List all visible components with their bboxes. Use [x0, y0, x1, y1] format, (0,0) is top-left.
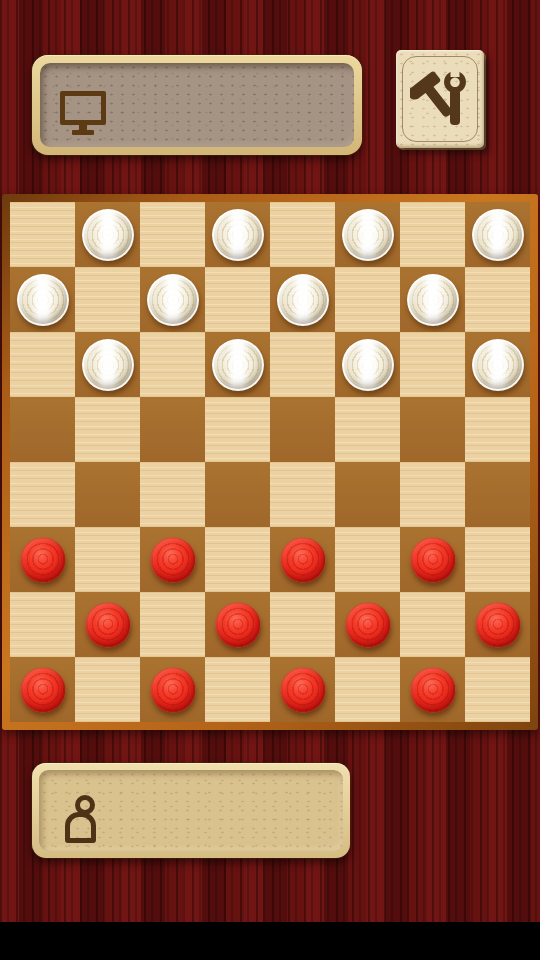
board-square-a4[interactable] — [10, 462, 75, 527]
red-piece[interactable] — [20, 667, 65, 712]
board-square-c7[interactable] — [140, 267, 205, 332]
person-icon — [65, 795, 96, 842]
board-square-h6[interactable] — [465, 332, 530, 397]
board-square-d3[interactable] — [205, 527, 270, 592]
red-piece[interactable] — [475, 602, 520, 647]
board-square-e2[interactable] — [270, 592, 335, 657]
player-panel[interactable] — [32, 763, 350, 858]
red-piece[interactable] — [280, 667, 325, 712]
board-square-g4[interactable] — [400, 462, 465, 527]
board-square-b1[interactable] — [75, 657, 140, 722]
board-square-g7[interactable] — [400, 267, 465, 332]
board-square-a1[interactable] — [10, 657, 75, 722]
board-square-b5[interactable] — [75, 397, 140, 462]
white-piece[interactable] — [407, 274, 459, 326]
player-panel-inner — [39, 770, 343, 851]
red-piece[interactable] — [410, 667, 455, 712]
board-square-e8[interactable] — [270, 202, 335, 267]
board-square-h3[interactable] — [465, 527, 530, 592]
red-piece[interactable] — [215, 602, 260, 647]
board-grid — [10, 202, 530, 722]
board-square-c8[interactable] — [140, 202, 205, 267]
board-square-g6[interactable] — [400, 332, 465, 397]
board-square-f7[interactable] — [335, 267, 400, 332]
board-square-h4[interactable] — [465, 462, 530, 527]
board-square-g1[interactable] — [400, 657, 465, 722]
board-square-d8[interactable] — [205, 202, 270, 267]
board-square-a6[interactable] — [10, 332, 75, 397]
red-piece[interactable] — [150, 537, 195, 582]
board-frame — [2, 194, 538, 730]
board-square-f6[interactable] — [335, 332, 400, 397]
board-square-g2[interactable] — [400, 592, 465, 657]
white-piece[interactable] — [82, 339, 134, 391]
red-piece[interactable] — [345, 602, 390, 647]
computer-monitor-icon — [60, 91, 106, 137]
board-square-d4[interactable] — [205, 462, 270, 527]
tools-settings-button[interactable] — [396, 50, 484, 148]
board-square-e5[interactable] — [270, 397, 335, 462]
board-square-b3[interactable] — [75, 527, 140, 592]
board-square-f3[interactable] — [335, 527, 400, 592]
board-square-e3[interactable] — [270, 527, 335, 592]
board-square-h8[interactable] — [465, 202, 530, 267]
white-piece[interactable] — [212, 339, 264, 391]
board-square-g5[interactable] — [400, 397, 465, 462]
board-square-c4[interactable] — [140, 462, 205, 527]
board-square-c6[interactable] — [140, 332, 205, 397]
white-piece[interactable] — [17, 274, 69, 326]
board-square-h1[interactable] — [465, 657, 530, 722]
board-square-c2[interactable] — [140, 592, 205, 657]
board-square-e7[interactable] — [270, 267, 335, 332]
board-square-b2[interactable] — [75, 592, 140, 657]
board-square-a8[interactable] — [10, 202, 75, 267]
white-piece[interactable] — [277, 274, 329, 326]
board-square-f2[interactable] — [335, 592, 400, 657]
board-square-c1[interactable] — [140, 657, 205, 722]
board-square-c3[interactable] — [140, 527, 205, 592]
red-piece[interactable] — [85, 602, 130, 647]
board-square-a2[interactable] — [10, 592, 75, 657]
board-square-h5[interactable] — [465, 397, 530, 462]
board-square-f5[interactable] — [335, 397, 400, 462]
board-square-a7[interactable] — [10, 267, 75, 332]
board-square-b7[interactable] — [75, 267, 140, 332]
board-square-d6[interactable] — [205, 332, 270, 397]
red-piece[interactable] — [280, 537, 325, 582]
white-piece[interactable] — [82, 209, 134, 261]
white-piece[interactable] — [342, 209, 394, 261]
board-square-a3[interactable] — [10, 527, 75, 592]
board-square-e4[interactable] — [270, 462, 335, 527]
white-piece[interactable] — [472, 339, 524, 391]
board-square-g8[interactable] — [400, 202, 465, 267]
red-piece[interactable] — [150, 667, 195, 712]
board-square-f1[interactable] — [335, 657, 400, 722]
board-square-b6[interactable] — [75, 332, 140, 397]
checkers-app-screen — [0, 0, 540, 960]
board-square-c5[interactable] — [140, 397, 205, 462]
board-square-d2[interactable] — [205, 592, 270, 657]
white-piece[interactable] — [147, 274, 199, 326]
opponent-panel[interactable] — [32, 55, 362, 155]
opponent-panel-inner — [40, 63, 354, 147]
hammer-wrench-icon — [410, 67, 470, 131]
white-piece[interactable] — [342, 339, 394, 391]
board-square-e1[interactable] — [270, 657, 335, 722]
board-square-e6[interactable] — [270, 332, 335, 397]
white-piece[interactable] — [212, 209, 264, 261]
board-square-h2[interactable] — [465, 592, 530, 657]
board-square-h7[interactable] — [465, 267, 530, 332]
white-piece[interactable] — [472, 209, 524, 261]
red-piece[interactable] — [20, 537, 65, 582]
red-piece[interactable] — [410, 537, 455, 582]
board-square-f8[interactable] — [335, 202, 400, 267]
board-square-d7[interactable] — [205, 267, 270, 332]
board-square-a5[interactable] — [10, 397, 75, 462]
bottom-nav-bar — [0, 922, 540, 960]
board-square-f4[interactable] — [335, 462, 400, 527]
board-square-d5[interactable] — [205, 397, 270, 462]
board-square-b8[interactable] — [75, 202, 140, 267]
board-square-b4[interactable] — [75, 462, 140, 527]
board-square-g3[interactable] — [400, 527, 465, 592]
board-square-d1[interactable] — [205, 657, 270, 722]
